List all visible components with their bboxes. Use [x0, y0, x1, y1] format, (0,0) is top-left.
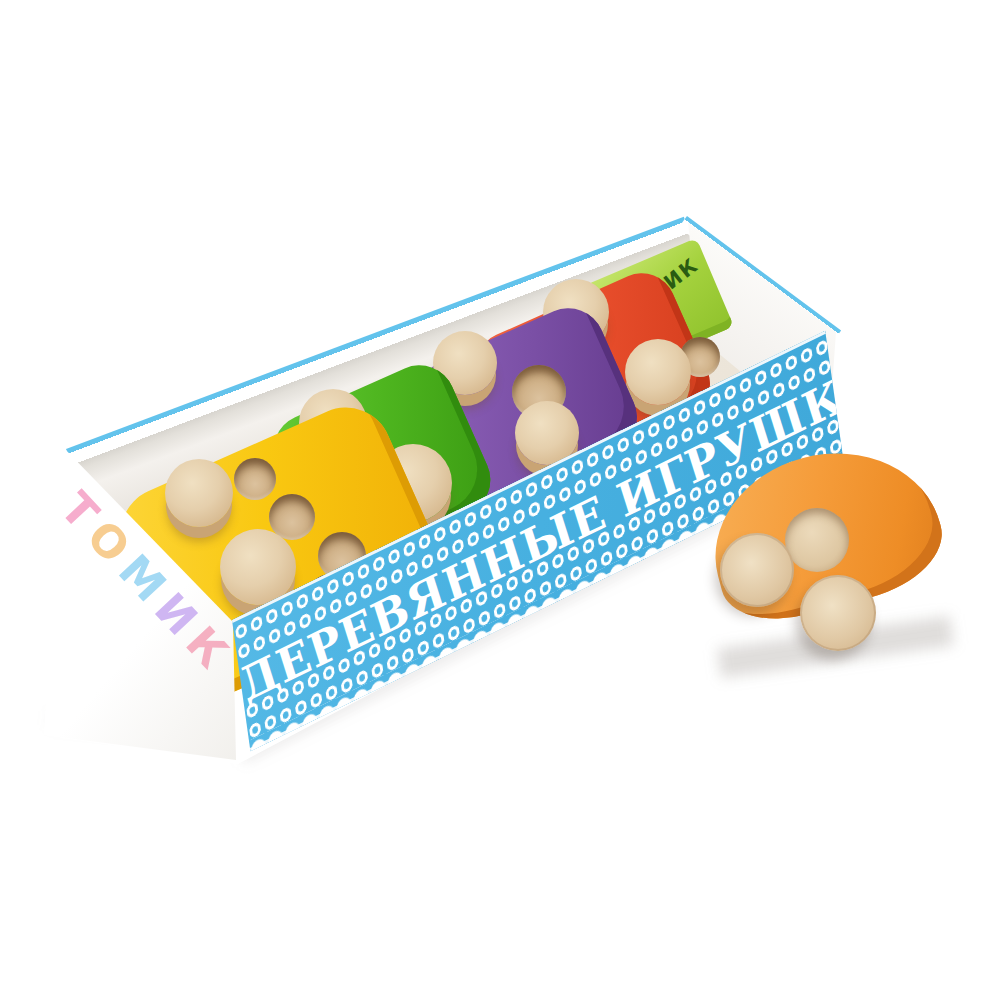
peg-hole: [234, 458, 276, 500]
car-wheel: [800, 575, 876, 651]
product-photo: ТОМИК ТОМИК ДЕРЕВЯННЫЕ ИГРУШКИ: [0, 0, 1000, 1000]
wood-peg: [625, 339, 691, 405]
car-wheel: [720, 533, 794, 607]
peg-hole: [785, 508, 849, 572]
wood-peg: [165, 459, 233, 527]
